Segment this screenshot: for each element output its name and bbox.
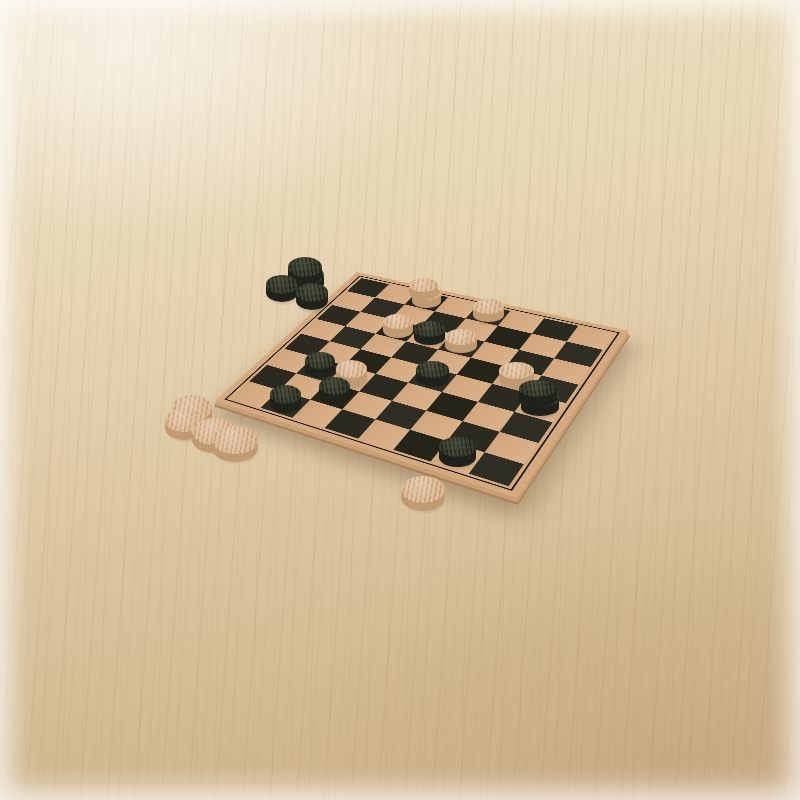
checker-piece-light[interactable] (212, 426, 258, 454)
checker-piece-light[interactable] (445, 329, 477, 345)
checker-piece-dark[interactable] (414, 321, 445, 337)
checker-piece-dark[interactable] (288, 257, 322, 277)
checker-piece-dark[interactable] (266, 275, 298, 294)
product-photo-scene (0, 0, 800, 800)
checker-piece-light[interactable] (409, 278, 438, 292)
checker-piece-light[interactable] (336, 360, 367, 378)
checker-piece-light[interactable] (401, 476, 445, 503)
checker-piece-dark[interactable] (296, 283, 328, 302)
checker-piece-dark[interactable] (270, 385, 301, 404)
checker-piece-light[interactable] (499, 362, 534, 378)
checker-piece-light[interactable] (473, 299, 504, 313)
checker-piece-light[interactable] (383, 314, 413, 330)
pieces-layer (0, 0, 800, 800)
checker-piece-dark[interactable] (439, 437, 477, 457)
